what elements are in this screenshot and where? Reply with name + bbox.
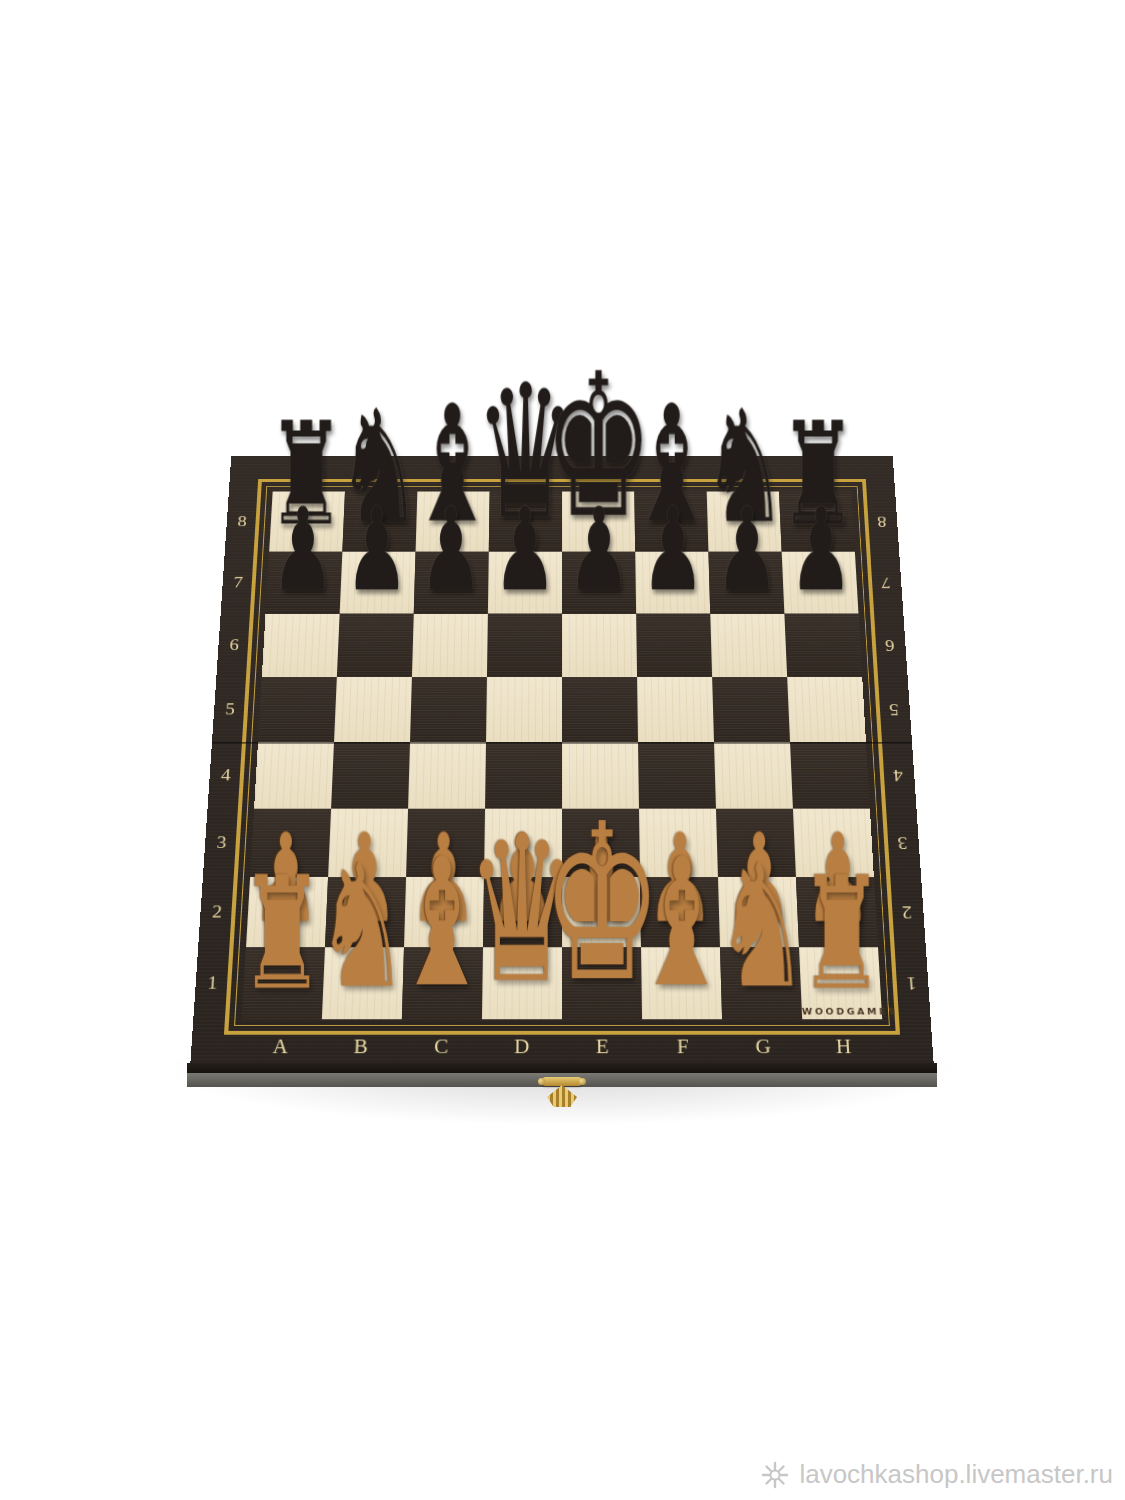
file-label-a: A xyxy=(239,1031,321,1062)
square-e6 xyxy=(562,614,637,677)
rank-label-left-6: 6 xyxy=(217,614,251,677)
rank-label-right-8: 8 xyxy=(866,491,899,551)
square-c3 xyxy=(406,809,485,877)
rank-label-right-1: 1 xyxy=(894,947,930,1019)
square-d4 xyxy=(485,742,562,809)
square-b3 xyxy=(328,809,408,877)
square-f7: ♟ xyxy=(635,552,710,614)
rank-label-right-6: 6 xyxy=(873,614,907,677)
square-f5 xyxy=(637,677,714,742)
square-b4 xyxy=(331,742,410,809)
rank-label-left-5: 5 xyxy=(213,677,247,742)
rank-label-right-2: 2 xyxy=(889,877,924,947)
livemaster-flower-icon xyxy=(760,1460,790,1490)
file-label-c: C xyxy=(401,1031,482,1062)
square-b7: ♟ xyxy=(340,552,416,614)
file-label-f: F xyxy=(642,1031,723,1062)
square-d1: ♛ xyxy=(482,947,562,1019)
square-a3 xyxy=(250,809,331,877)
square-f8: ♝ xyxy=(634,491,708,551)
square-g3 xyxy=(716,809,796,877)
square-a6 xyxy=(262,614,340,677)
square-a1: ♜ xyxy=(242,947,325,1019)
rank-label-left-2: 2 xyxy=(199,877,234,947)
square-b1: ♞ xyxy=(322,947,404,1019)
square-c1: ♝ xyxy=(402,947,483,1019)
square-a4 xyxy=(254,742,334,809)
brand-label: WOODGAMES xyxy=(802,1007,882,1017)
file-label-b: B xyxy=(320,1031,402,1062)
square-b6 xyxy=(337,614,414,677)
file-labels-bottom: ABCDEFGH xyxy=(239,1031,884,1062)
file-label-g: G xyxy=(722,1031,804,1062)
square-d3 xyxy=(484,809,562,877)
square-g7: ♟ xyxy=(708,552,784,614)
piece-white-bishop-f1: ♝ xyxy=(633,835,731,1012)
square-e8: ♚ xyxy=(562,491,635,551)
rank-label-left-1: 1 xyxy=(194,947,230,1019)
square-f4 xyxy=(638,742,716,809)
watermark: lavochkashop.livemaster.ru xyxy=(760,1459,1113,1490)
piece-black-knight-b8: ♞ xyxy=(336,389,423,545)
square-e5 xyxy=(562,677,638,742)
square-b8: ♞ xyxy=(342,491,417,551)
square-a5 xyxy=(258,677,337,742)
board-front-edge xyxy=(187,1063,937,1087)
piece-black-knight-g8: ♞ xyxy=(701,389,788,545)
rank-label-left-4: 4 xyxy=(209,742,243,809)
square-h5 xyxy=(787,677,866,742)
square-f3 xyxy=(639,809,718,877)
watermark-text: lavochkashop.livemaster.ru xyxy=(799,1459,1113,1490)
file-label-d: D xyxy=(481,1031,562,1062)
piece-white-pawn-g2: ♟ xyxy=(725,817,793,939)
rank-label-left-7: 7 xyxy=(222,552,255,614)
square-f1: ♝ xyxy=(641,947,722,1019)
square-b2: ♟ xyxy=(325,877,406,947)
square-e1: ♚ xyxy=(562,947,642,1019)
brass-clasp-fan xyxy=(547,1085,577,1107)
square-e2: ♟ xyxy=(562,877,641,947)
square-c2: ♟ xyxy=(404,877,484,947)
chess-board-scene: ♜♞♝♛♚♝♞♜♟♟♟♟♟♟♟♟♟♟♟♟♟♟♟♟♜♞♝♛♚♝♞WOODGAMES… xyxy=(212,392,912,1092)
brass-clasp xyxy=(539,1077,585,1111)
square-h1: WOODGAMES♜ xyxy=(799,947,882,1019)
piece-black-bishop-f8: ♝ xyxy=(627,384,717,546)
square-f2: ♟ xyxy=(640,877,720,947)
square-c4 xyxy=(408,742,486,809)
square-g4 xyxy=(714,742,793,809)
square-e7: ♟ xyxy=(562,552,636,614)
piece-white-bishop-c1: ♝ xyxy=(393,835,491,1012)
board-front-edge-upper xyxy=(187,1063,937,1073)
piece-white-pawn-e2: ♟ xyxy=(567,817,635,939)
file-label-h: H xyxy=(803,1031,885,1062)
square-a8: ♜ xyxy=(269,491,345,551)
piece-white-pawn-h2: ♟ xyxy=(804,817,872,939)
square-h6 xyxy=(784,614,862,677)
square-h4 xyxy=(790,742,870,809)
piece-black-rook-a8: ♜ xyxy=(266,403,345,545)
square-d5 xyxy=(486,677,562,742)
square-c8: ♝ xyxy=(416,491,490,551)
squares: ♜♞♝♛♚♝♞♜♟♟♟♟♟♟♟♟♟♟♟♟♟♟♟♟♜♞♝♛♚♝♞WOODGAMES… xyxy=(242,491,882,1019)
piece-white-pawn-c2: ♟ xyxy=(410,817,478,939)
square-h3 xyxy=(793,809,874,877)
rank-label-right-7: 7 xyxy=(869,552,902,614)
rank-label-right-4: 4 xyxy=(881,742,915,809)
rank-label-right-3: 3 xyxy=(885,809,920,877)
square-f6 xyxy=(636,614,712,677)
square-g2: ♟ xyxy=(718,877,799,947)
square-h8: ♜ xyxy=(779,491,855,551)
piece-black-bishop-c8: ♝ xyxy=(407,384,497,546)
square-g6 xyxy=(710,614,787,677)
square-a2: ♟ xyxy=(246,877,328,947)
square-c7: ♟ xyxy=(414,552,489,614)
square-c5 xyxy=(410,677,487,742)
rank-label-left-3: 3 xyxy=(204,809,239,877)
piece-black-king-e8: ♚ xyxy=(543,347,653,545)
square-b5 xyxy=(334,677,412,742)
square-d8: ♛ xyxy=(489,491,562,551)
square-d6 xyxy=(487,614,562,677)
piece-black-rook-h8: ♜ xyxy=(778,403,857,545)
file-label-e: E xyxy=(562,1031,643,1062)
square-a7: ♟ xyxy=(266,552,343,614)
square-c6 xyxy=(412,614,488,677)
piece-white-pawn-f2: ♟ xyxy=(646,817,714,939)
square-g5 xyxy=(712,677,790,742)
square-h7: ♟ xyxy=(782,552,859,614)
rank-label-left-8: 8 xyxy=(226,491,259,551)
square-e4 xyxy=(562,742,639,809)
square-d2: ♟ xyxy=(483,877,562,947)
piece-white-pawn-b2: ♟ xyxy=(331,817,399,939)
square-g8: ♞ xyxy=(707,491,782,551)
piece-white-pawn-a2: ♟ xyxy=(252,817,320,939)
square-e3 xyxy=(562,809,640,877)
rank-label-right-5: 5 xyxy=(877,677,911,742)
square-d7: ♟ xyxy=(488,552,562,614)
piece-white-pawn-d2: ♟ xyxy=(489,817,557,939)
square-g1: ♞ xyxy=(720,947,802,1019)
square-h2: ♟ xyxy=(796,877,878,947)
chess-board: ♜♞♝♛♚♝♞♜♟♟♟♟♟♟♟♟♟♟♟♟♟♟♟♟♜♞♝♛♚♝♞WOODGAMES… xyxy=(190,456,933,1064)
brass-clasp-bar xyxy=(542,1077,582,1086)
